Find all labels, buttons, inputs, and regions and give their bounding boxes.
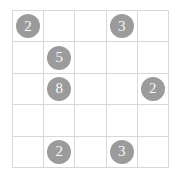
clue-circle: 3 [110,140,134,164]
cell-r2c5[interactable] [138,42,169,73]
cell-r3c5: 2 [138,74,169,105]
cell-r4c1[interactable] [13,105,44,136]
cell-r3c2: 8 [44,74,75,105]
cell-r5c5[interactable] [138,137,169,168]
cell-r1c3[interactable] [75,11,106,42]
clue-circle: 2 [16,14,40,38]
cell-r4c5[interactable] [138,105,169,136]
cell-r2c2: 5 [44,42,75,73]
cell-r5c1[interactable] [13,137,44,168]
clue-circle: 2 [47,140,71,164]
cell-r2c3[interactable] [75,42,106,73]
cell-r5c2: 2 [44,137,75,168]
cell-r1c2[interactable] [44,11,75,42]
cell-r3c4[interactable] [107,74,138,105]
cell-r3c1[interactable] [13,74,44,105]
clue-circle: 8 [47,77,71,101]
clue-circle: 5 [47,46,71,70]
clue-circle: 2 [141,77,165,101]
clue-circle: 3 [110,14,134,38]
cell-r3c3[interactable] [75,74,106,105]
cell-r5c3[interactable] [75,137,106,168]
cell-r1c5[interactable] [138,11,169,42]
cell-r4c4[interactable] [107,105,138,136]
puzzle-board: 2358223 [12,10,169,168]
cell-r2c4[interactable] [107,42,138,73]
cell-r5c4: 3 [107,137,138,168]
cell-r2c1[interactable] [13,42,44,73]
cell-r1c4: 3 [107,11,138,42]
cell-r4c2[interactable] [44,105,75,136]
cell-r1c1: 2 [13,11,44,42]
cell-r4c3[interactable] [75,105,106,136]
